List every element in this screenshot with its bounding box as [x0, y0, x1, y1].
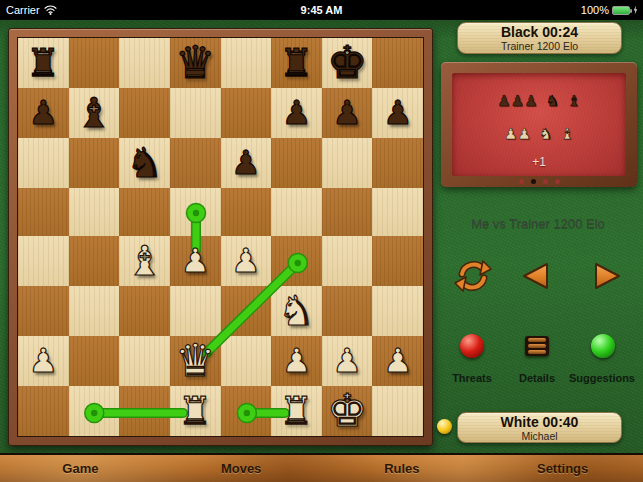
square-d4[interactable]: ♟	[170, 236, 221, 286]
captured-black-bishop: ♝	[567, 93, 580, 109]
piece-white-rook-d1[interactable]: ♜	[178, 386, 212, 436]
piece-white-rook-f1[interactable]: ♜	[279, 386, 313, 436]
suggestions-label: Suggestions	[557, 372, 643, 384]
square-d5[interactable]	[170, 188, 221, 236]
square-e7[interactable]	[221, 88, 272, 138]
square-c1[interactable]	[119, 386, 170, 436]
square-h7[interactable]: ♟	[372, 88, 423, 138]
square-g5[interactable]	[322, 188, 373, 236]
square-e4[interactable]: ♟	[221, 236, 272, 286]
captured-black-pawn: ♟	[524, 93, 537, 109]
suggestions-button[interactable]	[591, 334, 615, 358]
tab-moves[interactable]: Moves	[161, 455, 322, 482]
square-d6[interactable]	[170, 138, 221, 188]
black-clock-time: Black 00:24	[458, 25, 621, 40]
square-e5[interactable]	[221, 188, 272, 236]
square-b6[interactable]	[69, 138, 120, 188]
piece-black-pawn-f7[interactable]: ♟	[282, 88, 312, 138]
clock-time: 9:45 AM	[0, 4, 643, 16]
square-c4[interactable]: ♝	[119, 236, 170, 286]
page-dot-1[interactable]	[531, 179, 536, 184]
square-h1[interactable]	[372, 386, 423, 436]
square-f8[interactable]: ♜	[271, 38, 322, 88]
page-dot-2[interactable]	[543, 179, 548, 184]
piece-black-rook-a8[interactable]: ♜	[26, 38, 60, 88]
captured-black-row: ♟♟♟♞♝	[452, 93, 626, 109]
square-e1[interactable]	[221, 386, 272, 436]
battery-icon	[612, 6, 630, 15]
tab-rules[interactable]: Rules	[322, 455, 483, 482]
white-clock-plaque: White 00:40 Michael	[457, 412, 622, 443]
piece-black-pawn-a7[interactable]: ♟	[29, 88, 59, 138]
square-g8[interactable]: ♚	[322, 38, 373, 88]
square-a5[interactable]	[18, 188, 69, 236]
match-label: Me vs Trainer 1200 Elo	[438, 216, 638, 231]
square-b3[interactable]	[69, 286, 120, 336]
square-a7[interactable]: ♟	[18, 88, 69, 138]
piece-black-pawn-e6[interactable]: ♟	[231, 138, 261, 188]
piece-white-knight-f3[interactable]: ♞	[278, 286, 315, 336]
square-a8[interactable]: ♜	[18, 38, 69, 88]
square-c6[interactable]: ♞	[119, 138, 170, 188]
square-e3[interactable]	[221, 286, 272, 336]
square-b7[interactable]: ♝	[69, 88, 120, 138]
square-f4[interactable]	[271, 236, 322, 286]
square-a3[interactable]	[18, 286, 69, 336]
captured-black-pawn: ♟	[511, 93, 524, 109]
piece-black-knight-c6[interactable]: ♞	[126, 138, 163, 188]
captured-white-bishop: ♝	[560, 126, 573, 142]
square-h2[interactable]: ♟	[372, 336, 423, 386]
captured-black-knight: ♞	[546, 93, 559, 109]
piece-black-king-g8[interactable]: ♚	[327, 38, 367, 88]
square-b4[interactable]	[69, 236, 120, 286]
threats-button[interactable]	[460, 334, 484, 358]
piece-white-bishop-c4[interactable]: ♝	[126, 236, 163, 286]
status-bar: Carrier 9:45 AM 100%	[0, 0, 643, 20]
square-c3[interactable]	[119, 286, 170, 336]
piece-black-pawn-g7[interactable]: ♟	[332, 88, 362, 138]
bottom-toolbar: Game Moves Rules Settings	[0, 453, 643, 482]
captured-white-knight: ♞	[539, 126, 552, 142]
square-a4[interactable]	[18, 236, 69, 286]
captured-black-pawn: ♟	[497, 93, 510, 109]
turn-indicator	[437, 419, 452, 434]
white-player-name: Michael	[458, 430, 621, 442]
square-c7[interactable]	[119, 88, 170, 138]
square-d3[interactable]	[170, 286, 221, 336]
tab-game[interactable]: Game	[0, 455, 161, 482]
page-dot-0[interactable]	[519, 179, 524, 184]
piece-black-rook-f8[interactable]: ♜	[279, 38, 313, 88]
square-f2[interactable]: ♟	[271, 336, 322, 386]
captured-white-pawn: ♟	[504, 126, 517, 142]
square-e8[interactable]	[221, 38, 272, 88]
square-h3[interactable]	[372, 286, 423, 336]
black-player-name: Trainer 1200 Elo	[458, 40, 621, 52]
piece-black-queen-d8[interactable]: ♛	[175, 38, 215, 88]
piece-white-pawn-d4[interactable]: ♟	[180, 236, 210, 286]
square-d7[interactable]	[170, 88, 221, 138]
square-g3[interactable]	[322, 286, 373, 336]
captured-white-pawn: ♟	[518, 126, 531, 142]
piece-white-pawn-f2[interactable]: ♟	[282, 336, 312, 386]
square-g1[interactable]: ♚	[322, 386, 373, 436]
square-b1[interactable]	[69, 386, 120, 436]
square-d1[interactable]: ♜	[170, 386, 221, 436]
square-a2[interactable]: ♟	[18, 336, 69, 386]
page-dots[interactable]	[452, 179, 626, 184]
rotate-board-button[interactable]	[453, 258, 493, 294]
board-squares: ♜♛♜♚♟♝♟♟♟♞♟♝♟♟♞♟♛♟♟♟♜♜♚	[18, 38, 423, 436]
square-g7[interactable]: ♟	[322, 88, 373, 138]
white-clock-time: White 00:40	[458, 415, 621, 430]
piece-white-queen-d2[interactable]: ♛	[175, 336, 215, 386]
captured-white-row: ♟♟♞♝	[452, 126, 626, 142]
square-f1[interactable]: ♜	[271, 386, 322, 436]
square-b8[interactable]	[69, 38, 120, 88]
square-g4[interactable]	[322, 236, 373, 286]
square-f5[interactable]	[271, 188, 322, 236]
square-h6[interactable]	[372, 138, 423, 188]
square-f3[interactable]: ♞	[271, 286, 322, 336]
square-c2[interactable]	[119, 336, 170, 386]
square-f6[interactable]	[271, 138, 322, 188]
piece-white-pawn-g2[interactable]: ♟	[332, 336, 362, 386]
square-b2[interactable]	[69, 336, 120, 386]
tab-settings[interactable]: Settings	[482, 455, 643, 482]
black-clock-plaque: Black 00:24 Trainer 1200 Elo	[457, 22, 622, 54]
square-g6[interactable]	[322, 138, 373, 188]
material-advantage: +1	[452, 155, 626, 169]
square-h5[interactable]	[372, 188, 423, 236]
app-root: Carrier 9:45 AM 100% ♜♛♜♚♟♝♟♟♟♞♟♝♟♟♞♟♛♟♟…	[0, 0, 643, 482]
piece-white-king-g1[interactable]: ♚	[327, 386, 367, 436]
square-d8[interactable]: ♛	[170, 38, 221, 88]
captured-pieces-tray[interactable]: ♟♟♟♞♝ ♟♟♞♝ +1	[441, 62, 637, 187]
square-e6[interactable]: ♟	[221, 138, 272, 188]
square-g2[interactable]: ♟	[322, 336, 373, 386]
square-a6[interactable]	[18, 138, 69, 188]
square-h8[interactable]	[372, 38, 423, 88]
previous-move-button[interactable]	[520, 261, 552, 291]
square-b5[interactable]	[69, 188, 120, 236]
piece-black-bishop-b7[interactable]: ♝	[76, 88, 113, 138]
piece-white-pawn-a2[interactable]: ♟	[29, 336, 59, 386]
square-h4[interactable]	[372, 236, 423, 286]
next-move-button[interactable]	[591, 261, 623, 291]
details-button[interactable]	[525, 336, 549, 356]
page-dot-3[interactable]	[555, 179, 560, 184]
square-c5[interactable]	[119, 188, 170, 236]
square-a1[interactable]	[18, 386, 69, 436]
square-d2[interactable]: ♛	[170, 336, 221, 386]
chess-board: ♜♛♜♚♟♝♟♟♟♞♟♝♟♟♞♟♛♟♟♟♜♜♚	[8, 28, 433, 446]
square-c8[interactable]	[119, 38, 170, 88]
square-f7[interactable]: ♟	[271, 88, 322, 138]
piece-white-pawn-e4[interactable]: ♟	[231, 236, 261, 286]
piece-black-pawn-h7[interactable]: ♟	[383, 88, 413, 138]
square-e2[interactable]	[221, 336, 272, 386]
piece-white-pawn-h2[interactable]: ♟	[383, 336, 413, 386]
